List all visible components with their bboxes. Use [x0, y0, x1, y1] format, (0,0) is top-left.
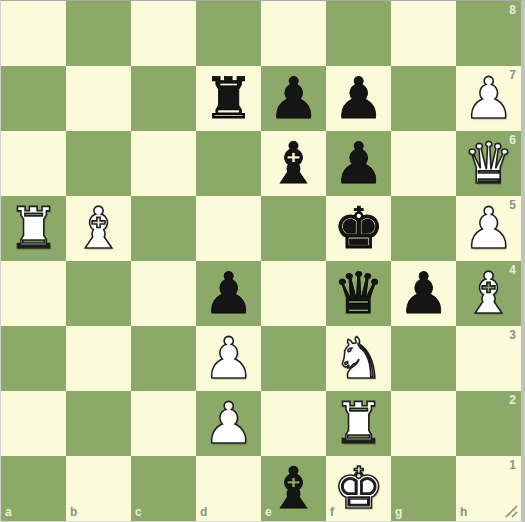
square-a4[interactable]	[1, 261, 66, 326]
square-d1[interactable]: d	[196, 456, 261, 521]
square-f4[interactable]: ♛	[326, 261, 391, 326]
chess-board: 8♜♟♟7♟♝♟6♛♜♝♚5♟♟♛♟4♝♟♞3♟♜2abcde♝f♚g1h	[1, 1, 521, 521]
square-f6[interactable]: ♟	[326, 131, 391, 196]
square-h4[interactable]: 4♝	[456, 261, 521, 326]
white-knight[interactable]: ♞	[326, 326, 391, 391]
square-g1[interactable]: g	[391, 456, 456, 521]
black-bishop[interactable]: ♝	[261, 456, 326, 521]
square-d8[interactable]	[196, 1, 261, 66]
square-c2[interactable]	[131, 391, 196, 456]
square-e5[interactable]	[261, 196, 326, 261]
square-g3[interactable]	[391, 326, 456, 391]
square-c4[interactable]	[131, 261, 196, 326]
white-rook[interactable]: ♜	[1, 196, 66, 261]
square-f8[interactable]	[326, 1, 391, 66]
file-label: c	[135, 505, 142, 519]
file-label: h	[460, 505, 467, 519]
square-c8[interactable]	[131, 1, 196, 66]
square-a7[interactable]	[1, 66, 66, 131]
rank-label: 8	[509, 3, 516, 17]
square-g8[interactable]	[391, 1, 456, 66]
square-b6[interactable]	[66, 131, 131, 196]
square-d7[interactable]: ♜	[196, 66, 261, 131]
square-a1[interactable]: a	[1, 456, 66, 521]
black-pawn[interactable]: ♟	[391, 261, 456, 326]
square-g4[interactable]: ♟	[391, 261, 456, 326]
black-pawn[interactable]: ♟	[326, 66, 391, 131]
black-queen[interactable]: ♛	[326, 261, 391, 326]
white-pawn[interactable]: ♟	[196, 326, 261, 391]
square-h7[interactable]: 7♟	[456, 66, 521, 131]
resize-grip-icon[interactable]	[504, 504, 518, 518]
square-f2[interactable]: ♜	[326, 391, 391, 456]
white-bishop[interactable]: ♝	[66, 196, 131, 261]
square-e3[interactable]	[261, 326, 326, 391]
square-e2[interactable]	[261, 391, 326, 456]
square-b5[interactable]: ♝	[66, 196, 131, 261]
square-b4[interactable]	[66, 261, 131, 326]
black-pawn[interactable]: ♟	[326, 131, 391, 196]
square-e4[interactable]	[261, 261, 326, 326]
white-pawn[interactable]: ♟	[196, 391, 261, 456]
rank-label: 3	[509, 328, 516, 342]
square-d2[interactable]: ♟	[196, 391, 261, 456]
square-b3[interactable]	[66, 326, 131, 391]
square-e1[interactable]: e♝	[261, 456, 326, 521]
black-rook[interactable]: ♜	[196, 66, 261, 131]
square-g7[interactable]	[391, 66, 456, 131]
square-c7[interactable]	[131, 66, 196, 131]
square-d5[interactable]	[196, 196, 261, 261]
white-pawn[interactable]: ♟	[456, 66, 521, 131]
square-a2[interactable]	[1, 391, 66, 456]
square-a8[interactable]	[1, 1, 66, 66]
white-queen[interactable]: ♛	[456, 131, 521, 196]
square-d3[interactable]: ♟	[196, 326, 261, 391]
rank-label: 2	[509, 393, 516, 407]
white-king[interactable]: ♚	[326, 456, 391, 521]
square-c1[interactable]: c	[131, 456, 196, 521]
square-f5[interactable]: ♚	[326, 196, 391, 261]
square-g6[interactable]	[391, 131, 456, 196]
square-a5[interactable]: ♜	[1, 196, 66, 261]
square-g5[interactable]	[391, 196, 456, 261]
file-label: d	[200, 505, 207, 519]
square-b1[interactable]: b	[66, 456, 131, 521]
square-h2[interactable]: 2	[456, 391, 521, 456]
white-rook[interactable]: ♜	[326, 391, 391, 456]
square-h8[interactable]: 8	[456, 1, 521, 66]
square-e7[interactable]: ♟	[261, 66, 326, 131]
square-f3[interactable]: ♞	[326, 326, 391, 391]
square-a6[interactable]	[1, 131, 66, 196]
square-e8[interactable]	[261, 1, 326, 66]
square-d4[interactable]: ♟	[196, 261, 261, 326]
square-d6[interactable]	[196, 131, 261, 196]
file-label: a	[5, 505, 12, 519]
black-pawn[interactable]: ♟	[196, 261, 261, 326]
square-c5[interactable]	[131, 196, 196, 261]
black-bishop[interactable]: ♝	[261, 131, 326, 196]
file-label: b	[70, 505, 77, 519]
square-f1[interactable]: f♚	[326, 456, 391, 521]
white-bishop[interactable]: ♝	[456, 261, 521, 326]
square-f7[interactable]: ♟	[326, 66, 391, 131]
file-label: g	[395, 505, 402, 519]
square-a3[interactable]	[1, 326, 66, 391]
black-pawn[interactable]: ♟	[261, 66, 326, 131]
square-c3[interactable]	[131, 326, 196, 391]
square-h5[interactable]: 5♟	[456, 196, 521, 261]
rank-label: 1	[509, 458, 516, 472]
square-h6[interactable]: 6♛	[456, 131, 521, 196]
square-b7[interactable]	[66, 66, 131, 131]
white-pawn[interactable]: ♟	[456, 196, 521, 261]
square-b2[interactable]	[66, 391, 131, 456]
square-e6[interactable]: ♝	[261, 131, 326, 196]
square-h3[interactable]: 3	[456, 326, 521, 391]
square-c6[interactable]	[131, 131, 196, 196]
board-frame: 8♜♟♟7♟♝♟6♛♜♝♚5♟♟♛♟4♝♟♞3♟♜2abcde♝f♚g1h	[0, 0, 525, 522]
square-g2[interactable]	[391, 391, 456, 456]
black-king[interactable]: ♚	[326, 196, 391, 261]
square-b8[interactable]	[66, 1, 131, 66]
